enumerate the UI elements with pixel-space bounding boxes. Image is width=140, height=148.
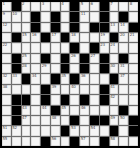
black-cell-r4c12 xyxy=(110,33,119,42)
clue-number: 30 xyxy=(110,64,115,68)
clue-number: 18 xyxy=(71,33,76,37)
black-cell-r3c6 xyxy=(51,23,60,32)
black-cell-r2c4 xyxy=(31,12,40,21)
cell-r5c14[interactable] xyxy=(129,43,138,52)
cell-r4c11[interactable]: 19 xyxy=(100,33,109,42)
black-cell-r7c9 xyxy=(80,64,89,73)
cell-r13c1[interactable]: 51 xyxy=(2,126,11,135)
cell-r11c1[interactable] xyxy=(2,106,11,115)
cell-r10c4[interactable] xyxy=(31,95,40,104)
cell-r14c13[interactable] xyxy=(119,137,128,146)
black-cell-r1c2 xyxy=(12,2,21,11)
cell-r9c10[interactable] xyxy=(90,85,99,94)
black-cell-r10c7 xyxy=(61,95,70,104)
cell-r2c14[interactable] xyxy=(129,12,138,21)
crossword-puzzle: 1234567891011121314151617181920212223242… xyxy=(0,0,140,148)
cell-r6c8[interactable]: 26 xyxy=(70,54,79,63)
cell-r6c6[interactable] xyxy=(51,54,60,63)
cell-r13c3[interactable] xyxy=(22,126,31,135)
clue-number: 49 xyxy=(110,116,115,120)
cell-r6c12[interactable] xyxy=(110,54,119,63)
cell-r9c9[interactable] xyxy=(80,85,89,94)
clue-number: 15 xyxy=(22,33,27,37)
cell-r7c6[interactable] xyxy=(51,64,60,73)
black-cell-r11c13 xyxy=(119,106,128,115)
black-cell-r8c8 xyxy=(70,74,79,83)
clue-number: 31 xyxy=(120,64,125,68)
black-cell-r11c2 xyxy=(12,106,21,115)
cell-r4c10[interactable] xyxy=(90,33,99,42)
black-cell-r7c7 xyxy=(61,64,70,73)
cell-r11c7[interactable]: 45 xyxy=(61,106,70,115)
black-cell-r10c2 xyxy=(12,95,21,104)
clue-number: 47 xyxy=(22,116,27,120)
clue-number: 56 xyxy=(51,137,56,141)
black-cell-r9c11 xyxy=(100,85,109,94)
clue-number: 45 xyxy=(61,106,66,110)
clue-number: 17 xyxy=(51,33,56,37)
cell-r7c13[interactable]: 31 xyxy=(119,64,128,73)
black-cell-r13c12 xyxy=(110,126,119,135)
cell-r14c2[interactable] xyxy=(12,137,21,146)
cell-r4c3[interactable]: 15 xyxy=(22,33,31,42)
cell-r2c7[interactable] xyxy=(61,12,70,21)
cell-r5c11[interactable]: 23 xyxy=(100,43,109,52)
cell-r14c1[interactable]: 55 xyxy=(2,137,11,146)
black-cell-r6c7 xyxy=(61,54,70,63)
cell-r13c5[interactable] xyxy=(41,126,50,135)
cell-r2c5[interactable] xyxy=(41,12,50,21)
clue-number: 4 xyxy=(61,2,63,6)
cell-r3c13[interactable]: 14 xyxy=(119,23,128,32)
clue-number: 32 xyxy=(3,74,8,78)
cell-r4c13[interactable]: 20 xyxy=(119,33,128,42)
clue-number: 51 xyxy=(3,126,8,130)
clue-number: 22 xyxy=(3,43,8,47)
black-cell-r7c11 xyxy=(100,64,109,73)
black-cell-r1c11 xyxy=(100,2,109,11)
cell-r5c5[interactable] xyxy=(41,43,50,52)
cell-r13c2[interactable]: 52 xyxy=(12,126,21,135)
clue-number: 20 xyxy=(120,33,125,37)
clue-number: 37 xyxy=(120,74,125,78)
clue-number: 50 xyxy=(120,116,125,120)
black-cell-r14c11 xyxy=(100,137,109,146)
black-cell-r10c3 xyxy=(22,95,31,104)
cell-r3c9[interactable] xyxy=(80,23,89,32)
cell-r1c1[interactable]: 1 xyxy=(2,2,11,11)
clue-number: 3 xyxy=(42,2,44,6)
cell-r8c2[interactable]: 33 xyxy=(12,74,21,83)
cell-r2c12[interactable] xyxy=(110,12,119,21)
clue-number: 41 xyxy=(110,85,115,89)
cell-r9c3[interactable] xyxy=(22,85,31,94)
cell-r8c11[interactable] xyxy=(100,74,109,83)
cell-r9c13[interactable] xyxy=(119,85,128,94)
cell-r12c12[interactable]: 49 xyxy=(110,116,119,125)
cell-r2c3[interactable] xyxy=(22,12,31,21)
cell-r14c4[interactable] xyxy=(31,137,40,146)
cell-r4c6[interactable]: 17 xyxy=(51,33,60,42)
cell-r14c6[interactable]: 56 xyxy=(51,137,60,146)
cell-r10c14[interactable] xyxy=(129,95,138,104)
cell-r13c6[interactable] xyxy=(51,126,60,135)
cell-r11c12[interactable] xyxy=(110,106,119,115)
cell-r11c8[interactable] xyxy=(70,106,79,115)
cell-r14c10[interactable] xyxy=(90,137,99,146)
black-cell-r6c5 xyxy=(41,54,50,63)
cell-r6c4[interactable] xyxy=(31,54,40,63)
cell-r9c6[interactable]: 39 xyxy=(51,85,60,94)
clue-number: 26 xyxy=(71,54,76,58)
cell-r7c10[interactable] xyxy=(90,64,99,73)
cell-r9c8[interactable]: 40 xyxy=(70,85,79,94)
clue-number: 42 xyxy=(110,95,115,99)
cell-r5c1[interactable]: 22 xyxy=(2,43,11,52)
cell-r12c9[interactable] xyxy=(80,116,89,125)
cell-r8c13[interactable]: 37 xyxy=(119,74,128,83)
cell-r4c4[interactable]: 16 xyxy=(31,33,40,42)
black-cell-r1c8 xyxy=(70,2,79,11)
cell-r6c1[interactable] xyxy=(2,54,11,63)
cell-r7c5[interactable]: 29 xyxy=(41,64,50,73)
cell-r6c10[interactable]: 27 xyxy=(90,54,99,63)
cell-r8c1[interactable]: 32 xyxy=(2,74,11,83)
cell-r9c4[interactable] xyxy=(31,85,40,94)
clue-number: 44 xyxy=(42,106,47,110)
cell-r9c7[interactable] xyxy=(61,85,70,94)
cell-r7c4[interactable] xyxy=(31,64,40,73)
black-cell-r7c2 xyxy=(12,64,21,73)
cell-r12c5[interactable] xyxy=(41,116,50,125)
clue-number: 36 xyxy=(81,74,86,78)
cell-r4c8[interactable]: 18 xyxy=(70,33,79,42)
black-cell-r8c3 xyxy=(22,74,31,83)
cell-r10c12[interactable]: 42 xyxy=(110,95,119,104)
clue-number: 10 xyxy=(12,12,17,16)
black-cell-r8c6 xyxy=(51,74,60,83)
black-cell-r5c10 xyxy=(90,43,99,52)
cell-r1c4[interactable] xyxy=(31,2,40,11)
clue-number: 16 xyxy=(32,33,37,37)
cell-r3c7[interactable] xyxy=(61,23,70,32)
black-cell-r3c14 xyxy=(129,23,138,32)
cell-r4c9[interactable] xyxy=(80,33,89,42)
cell-r5c12[interactable]: 24 xyxy=(110,43,119,52)
clue-number: 28 xyxy=(22,64,27,68)
cell-r8c9[interactable]: 36 xyxy=(80,74,89,83)
cell-r9c2[interactable] xyxy=(12,85,21,94)
cell-r13c10[interactable]: 54 xyxy=(90,126,99,135)
clue-number: 52 xyxy=(12,126,17,130)
black-cell-r3c4 xyxy=(31,23,40,32)
black-cell-r2c8 xyxy=(70,12,79,21)
black-cell-r2c13 xyxy=(119,12,128,21)
clue-number: 13 xyxy=(110,23,115,27)
black-cell-r2c6 xyxy=(51,12,60,21)
clue-number: 54 xyxy=(91,126,96,130)
black-cell-r12c10 xyxy=(90,116,99,125)
clue-number: 39 xyxy=(51,85,56,89)
cell-r5c4[interactable] xyxy=(31,43,40,52)
cell-r13c8[interactable]: 53 xyxy=(70,126,79,135)
cell-r2c9[interactable]: 11 xyxy=(80,12,89,21)
cell-r4c14[interactable]: 21 xyxy=(129,33,138,42)
black-cell-r2c11 xyxy=(100,12,109,21)
clue-number: 6 xyxy=(91,2,93,6)
black-cell-r3c8 xyxy=(70,23,79,32)
clue-number: 1 xyxy=(3,2,5,6)
cell-r12c6[interactable]: 48 xyxy=(51,116,60,125)
cell-r5c2[interactable] xyxy=(12,43,21,52)
clue-number: 55 xyxy=(3,137,8,141)
clue-number: 35 xyxy=(61,74,66,78)
cell-r14c7[interactable] xyxy=(61,137,70,146)
black-cell-r3c11 xyxy=(100,23,109,32)
clue-number: 38 xyxy=(3,85,8,89)
black-cell-r12c11 xyxy=(100,116,109,125)
clue-number: 29 xyxy=(42,64,47,68)
cell-r8c7[interactable]: 35 xyxy=(61,74,70,83)
cell-r5c3[interactable] xyxy=(22,43,31,52)
cell-r4c1[interactable] xyxy=(2,33,11,42)
cell-r8c14[interactable] xyxy=(129,74,138,83)
cell-r8c4[interactable]: 34 xyxy=(31,74,40,83)
black-cell-r10c5 xyxy=(41,95,50,104)
black-cell-r4c5 xyxy=(41,33,50,42)
cell-r7c14[interactable] xyxy=(129,64,138,73)
black-cell-r5c8 xyxy=(70,43,79,52)
cell-r3c1[interactable]: 12 xyxy=(2,23,11,32)
cell-r8c5[interactable] xyxy=(41,74,50,83)
cell-r1c10[interactable]: 6 xyxy=(90,2,99,11)
cell-r1c7[interactable]: 4 xyxy=(61,2,70,11)
cell-r1c5[interactable]: 3 xyxy=(41,2,50,11)
black-cell-r12c8 xyxy=(70,116,79,125)
cell-r10c8[interactable] xyxy=(70,95,79,104)
cell-r5c9[interactable] xyxy=(80,43,89,52)
clue-number: 25 xyxy=(22,54,27,58)
cell-r11c3[interactable]: 43 xyxy=(22,106,31,115)
cell-r13c9[interactable] xyxy=(80,126,89,135)
cell-r11c11[interactable] xyxy=(100,106,109,115)
cell-r14c14[interactable] xyxy=(129,137,138,146)
black-cell-r10c9 xyxy=(80,95,89,104)
cell-r2c1[interactable]: 9 xyxy=(2,12,11,21)
clue-number: 21 xyxy=(130,33,135,37)
cell-r13c11[interactable] xyxy=(100,126,109,135)
black-cell-r8c12 xyxy=(110,74,119,83)
cell-r7c3[interactable]: 28 xyxy=(22,64,31,73)
cell-r12c3[interactable]: 47 xyxy=(22,116,31,125)
cell-r3c5[interactable] xyxy=(41,23,50,32)
cell-r1c6[interactable] xyxy=(51,2,60,11)
black-cell-r14c8 xyxy=(70,137,79,146)
clue-number: 9 xyxy=(3,12,5,16)
cell-r11c4[interactable] xyxy=(31,106,40,115)
cell-r14c3[interactable] xyxy=(22,137,31,146)
cell-r10c1[interactable] xyxy=(2,95,11,104)
cell-r14c12[interactable]: 58 xyxy=(110,137,119,146)
cell-r6c14[interactable] xyxy=(129,54,138,63)
cell-r3c3[interactable] xyxy=(22,23,31,32)
cell-r5c13[interactable] xyxy=(119,43,128,52)
black-cell-r11c6 xyxy=(51,106,60,115)
cell-r13c4[interactable] xyxy=(31,126,40,135)
clue-number: 46 xyxy=(81,106,86,110)
clue-number: 8 xyxy=(130,2,132,6)
clue-number: 27 xyxy=(91,54,96,58)
cell-r1c14[interactable]: 8 xyxy=(129,2,138,11)
clue-number: 53 xyxy=(71,126,76,130)
cell-r12c1[interactable] xyxy=(2,116,11,125)
black-cell-r14c5 xyxy=(41,137,50,146)
cell-r5c6[interactable] xyxy=(51,43,60,52)
cell-r6c3[interactable]: 25 xyxy=(22,54,31,63)
clue-number: 58 xyxy=(110,137,115,141)
cell-r12c13[interactable]: 50 xyxy=(119,116,128,125)
cell-r2c2[interactable]: 10 xyxy=(12,12,21,21)
black-cell-r13c7 xyxy=(61,126,70,135)
cell-r1c3[interactable]: 2 xyxy=(22,2,31,11)
cell-r9c12[interactable]: 41 xyxy=(110,85,119,94)
black-cell-r12c14 xyxy=(129,116,138,125)
cell-r10c6[interactable] xyxy=(51,95,60,104)
cell-r9c1[interactable]: 38 xyxy=(2,85,11,94)
clue-number: 57 xyxy=(81,137,86,141)
black-cell-r6c2 xyxy=(12,54,21,63)
cell-r11c14[interactable] xyxy=(129,106,138,115)
clue-number: 33 xyxy=(12,74,17,78)
cell-r13c13[interactable] xyxy=(119,126,128,135)
clue-number: 7 xyxy=(110,2,112,6)
black-cell-r9c5 xyxy=(41,85,50,94)
cell-r11c5[interactable]: 44 xyxy=(41,106,50,115)
cell-r1c9[interactable]: 5 xyxy=(80,2,89,11)
clue-number: 11 xyxy=(81,12,86,16)
cell-r14c9[interactable]: 57 xyxy=(80,137,89,146)
cell-r11c10[interactable] xyxy=(90,106,99,115)
cell-r3c12[interactable]: 13 xyxy=(110,23,119,32)
clue-number: 12 xyxy=(3,23,8,27)
black-cell-r3c10 xyxy=(90,23,99,32)
clue-number: 40 xyxy=(71,85,76,89)
black-cell-r13c14 xyxy=(129,126,138,135)
cell-r8c10[interactable] xyxy=(90,74,99,83)
cell-r2c10[interactable] xyxy=(90,12,99,21)
black-cell-r10c11 xyxy=(100,95,109,104)
black-cell-r4c2 xyxy=(12,33,21,42)
black-cell-r6c11 xyxy=(100,54,109,63)
cell-r9c14[interactable] xyxy=(129,85,138,94)
cell-r12c7[interactable] xyxy=(61,116,70,125)
black-cell-r4c7 xyxy=(61,33,70,42)
cell-r3c2[interactable] xyxy=(12,23,21,32)
crossword-grid: 1234567891011121314151617181920212223242… xyxy=(0,0,140,148)
clue-number: 5 xyxy=(81,2,83,6)
clue-number: 48 xyxy=(51,116,56,120)
cell-r10c10[interactable] xyxy=(90,95,99,104)
cell-r7c1[interactable] xyxy=(2,64,11,73)
black-cell-r12c2 xyxy=(12,116,21,125)
cell-r1c12[interactable]: 7 xyxy=(110,2,119,11)
clue-number: 34 xyxy=(32,74,37,78)
cell-r7c12[interactable]: 30 xyxy=(110,64,119,73)
clue-number: 24 xyxy=(110,43,115,47)
cell-r10c13[interactable] xyxy=(119,95,128,104)
cell-r1c13[interactable] xyxy=(119,2,128,11)
cell-r12c4[interactable] xyxy=(31,116,40,125)
cell-r11c9[interactable]: 46 xyxy=(80,106,89,115)
black-cell-r6c13 xyxy=(119,54,128,63)
cell-r7c8[interactable] xyxy=(70,64,79,73)
cell-r5c7[interactable] xyxy=(61,43,70,52)
clue-number: 23 xyxy=(100,43,105,47)
clue-number: 43 xyxy=(22,106,27,110)
black-cell-r6c9 xyxy=(80,54,89,63)
clue-number: 19 xyxy=(100,33,105,37)
clue-number: 2 xyxy=(22,2,24,6)
clue-number: 14 xyxy=(120,23,125,27)
